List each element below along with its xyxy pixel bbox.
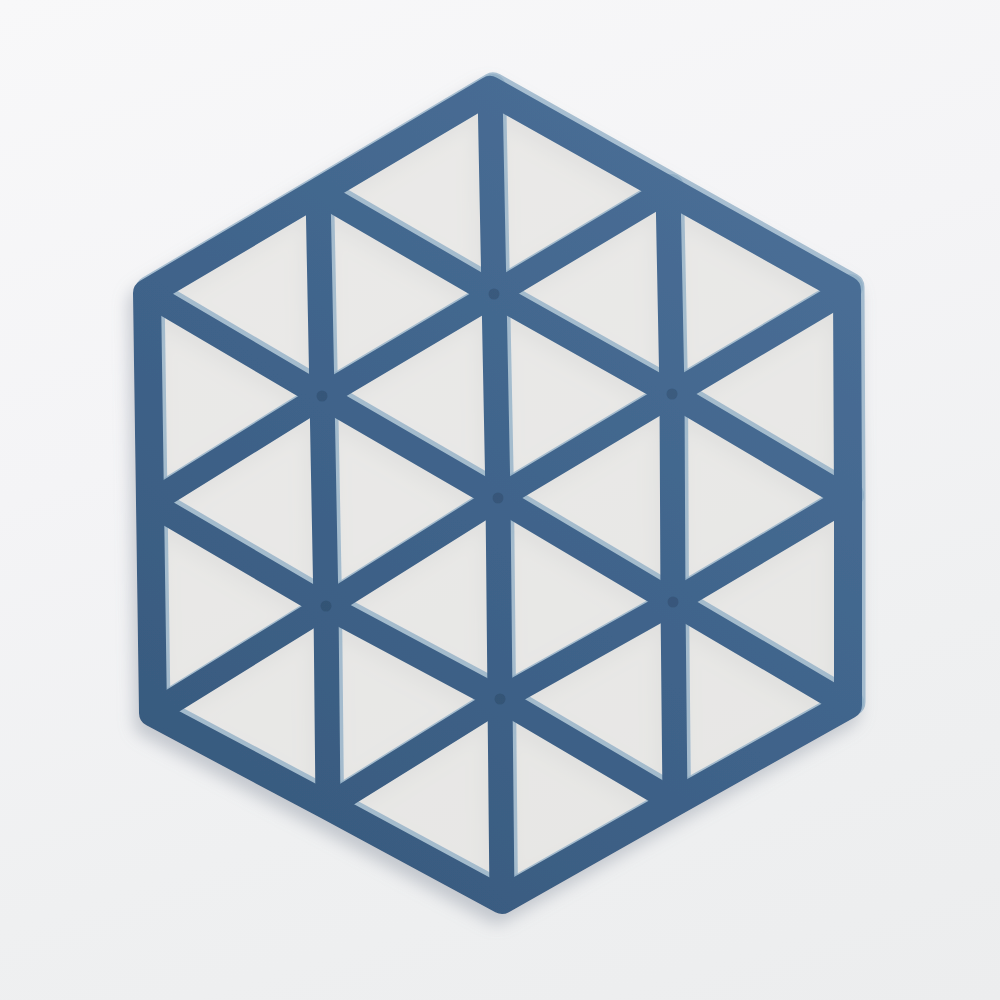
lattice-strut	[318, 192, 322, 396]
junction-dimple	[493, 493, 504, 504]
product-photo-background	[0, 0, 1000, 1000]
junction-dimple	[321, 601, 332, 612]
lattice-strut	[672, 394, 673, 602]
lattice-strut	[673, 602, 675, 802]
junction-dimple	[495, 694, 506, 705]
junction-dimple	[667, 389, 678, 400]
lattice-strut	[322, 396, 326, 606]
lattice-strut	[500, 699, 502, 900]
junction-dimple	[668, 597, 679, 608]
lattice-strut	[668, 190, 672, 394]
page: { "meta": { "object": "hexagonal silicon…	[0, 0, 1000, 1000]
lattice-strut	[498, 498, 500, 699]
hexagonal-trivet-illustration	[0, 0, 1000, 1000]
lattice-strut	[494, 294, 498, 498]
lattice-strut	[490, 90, 494, 294]
junction-dimple	[317, 391, 328, 402]
junction-dimple	[489, 289, 500, 300]
lattice-strut	[326, 606, 328, 806]
trivet-body	[147, 87, 851, 900]
